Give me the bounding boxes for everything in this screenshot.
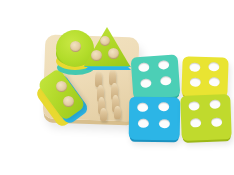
triangle-peg-top [100, 36, 110, 46]
triangle-peg-top [91, 50, 102, 61]
tile-hole [210, 117, 221, 126]
tile-hole [159, 119, 170, 128]
board-peg [100, 108, 107, 121]
circle-peg-top [70, 41, 81, 52]
rectangle-peg-top [63, 96, 74, 107]
board-peg [114, 106, 121, 119]
tile-hole [189, 62, 200, 71]
sorting-tile-lime [180, 94, 232, 141]
tile-hole [189, 77, 200, 86]
sorting-tile-blue [129, 97, 181, 141]
tile-hole [209, 77, 220, 86]
tile-hole [208, 62, 219, 71]
tile-hole [190, 119, 201, 128]
tile-hole [137, 119, 148, 128]
tile-hole [158, 102, 169, 111]
sorting-tile-yellow [181, 56, 228, 98]
triangle-peg-top [108, 48, 119, 59]
tile-hole [209, 100, 220, 109]
sorting-tile-teal [131, 54, 181, 99]
tile-hole [140, 78, 152, 88]
tile-hole [158, 60, 170, 70]
tile-hole [160, 76, 172, 86]
tile-hole [138, 62, 150, 72]
toy-photo [0, 0, 234, 175]
tile-hole [188, 102, 199, 111]
tile-hole [137, 103, 148, 112]
rectangle-peg-top [56, 81, 67, 92]
